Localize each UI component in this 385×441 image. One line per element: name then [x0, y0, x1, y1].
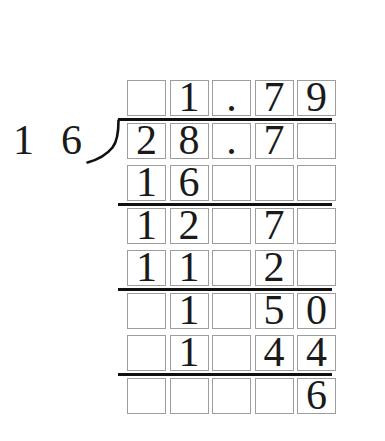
- digit: 9: [298, 79, 335, 115]
- separator-line: [118, 373, 332, 376]
- separator-line: [118, 288, 332, 291]
- grid-cell: [255, 165, 294, 201]
- digit: 4: [298, 334, 335, 370]
- separator-line: [118, 118, 332, 121]
- grid-cell: 1: [170, 335, 209, 371]
- grid-cell: 1: [170, 250, 209, 286]
- grid-cell: [297, 123, 336, 159]
- digit: 1: [128, 207, 165, 243]
- grid-cell: [297, 165, 336, 201]
- grid-cell: [212, 378, 251, 414]
- grid-cell: 1: [127, 250, 166, 286]
- grid-cell: 7: [255, 123, 294, 159]
- decimal-point: .: [213, 79, 250, 115]
- grid-cell: 9: [297, 80, 336, 116]
- grid-cell: [297, 208, 336, 244]
- digit: 2: [256, 249, 293, 285]
- separator-line: [118, 203, 332, 206]
- grid-cell: 1: [170, 293, 209, 329]
- digit: 6: [171, 164, 208, 200]
- grid-cell: 6: [170, 165, 209, 201]
- grid-cell: [127, 378, 166, 414]
- grid-cell: 7: [255, 208, 294, 244]
- digit: 7: [256, 122, 293, 158]
- digit: 2: [128, 122, 165, 158]
- divisor-value: 16: [13, 122, 82, 158]
- grid-cell: [170, 378, 209, 414]
- grid-cell: [212, 208, 251, 244]
- digit: 7: [256, 79, 293, 115]
- grid-cell: [127, 335, 166, 371]
- digit: 8: [171, 122, 208, 158]
- digit: 7: [256, 207, 293, 243]
- grid-cell: [127, 293, 166, 329]
- divisor-digit: 6: [61, 122, 82, 158]
- grid-cell: [212, 293, 251, 329]
- digit: 1: [171, 79, 208, 115]
- divisor-digit: 1: [13, 122, 34, 158]
- digit: 6: [298, 377, 335, 413]
- grid-cell: .: [212, 123, 251, 159]
- digit: 1: [128, 249, 165, 285]
- digit: 5: [256, 292, 293, 328]
- grid-cell: [255, 378, 294, 414]
- digit: 1: [171, 249, 208, 285]
- grid-cell: 0: [297, 293, 336, 329]
- grid-cell: 5: [255, 293, 294, 329]
- grid-cell: [297, 250, 336, 286]
- grid-cell: 6: [297, 378, 336, 414]
- grid-cell: 4: [297, 335, 336, 371]
- grid-cell: [212, 250, 251, 286]
- digit: 4: [256, 334, 293, 370]
- grid-cell: 1: [127, 208, 166, 244]
- grid-cell: 2: [255, 250, 294, 286]
- digit: 1: [171, 292, 208, 328]
- grid-cell: [212, 165, 251, 201]
- digit: 2: [171, 207, 208, 243]
- long-division-worksheet: 16 1.7928.7161271121501446: [0, 0, 385, 441]
- grid-cell: .: [212, 80, 251, 116]
- grid-cell: 8: [170, 123, 209, 159]
- grid-cell: 1: [127, 165, 166, 201]
- digit: 0: [298, 292, 335, 328]
- decimal-point: .: [213, 122, 250, 158]
- grid-cell: 7: [255, 80, 294, 116]
- grid-cell: [127, 80, 166, 116]
- grid-cell: 2: [170, 208, 209, 244]
- grid-cell: 4: [255, 335, 294, 371]
- digit: 1: [128, 164, 165, 200]
- grid-cell: [212, 335, 251, 371]
- grid-cell: 1: [170, 80, 209, 116]
- long-division-grid: 1.7928.7161271121501446: [127, 80, 336, 414]
- grid-cell: 2: [127, 123, 166, 159]
- digit: 1: [171, 334, 208, 370]
